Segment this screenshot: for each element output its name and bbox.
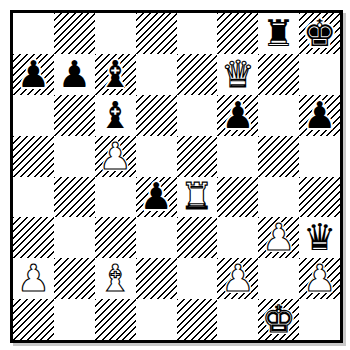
square-h8[interactable]: ♚ <box>299 13 340 54</box>
black-pawn-piece[interactable]: ♟ <box>17 56 50 93</box>
square-g8[interactable]: ♜ <box>258 13 299 54</box>
square-h6[interactable]: ♟ <box>299 95 340 136</box>
square-c7[interactable]: ♝ <box>95 54 136 95</box>
square-d6[interactable] <box>136 95 177 136</box>
square-g1[interactable]: ♚ <box>258 299 299 340</box>
square-e8[interactable] <box>177 13 218 54</box>
square-d4[interactable]: ♟ <box>136 177 177 218</box>
square-b4[interactable] <box>54 177 95 218</box>
square-e6[interactable] <box>177 95 218 136</box>
black-pawn-piece[interactable]: ♟ <box>303 97 336 134</box>
square-f3[interactable] <box>217 217 258 258</box>
white-pawn-piece[interactable]: ♟ <box>221 260 254 297</box>
square-e2[interactable] <box>177 258 218 299</box>
square-b3[interactable] <box>54 217 95 258</box>
square-f6[interactable]: ♟ <box>217 95 258 136</box>
square-a8[interactable] <box>13 13 54 54</box>
square-d2[interactable] <box>136 258 177 299</box>
square-e5[interactable] <box>177 136 218 177</box>
square-c4[interactable] <box>95 177 136 218</box>
square-g2[interactable] <box>258 258 299 299</box>
square-g7[interactable] <box>258 54 299 95</box>
square-d8[interactable] <box>136 13 177 54</box>
square-a6[interactable] <box>13 95 54 136</box>
square-a1[interactable] <box>13 299 54 340</box>
square-a7[interactable]: ♟ <box>13 54 54 95</box>
square-e7[interactable] <box>177 54 218 95</box>
square-f7[interactable]: ♛ <box>217 54 258 95</box>
black-pawn-piece[interactable]: ♟ <box>58 56 91 93</box>
white-pawn-piece[interactable]: ♟ <box>262 219 295 256</box>
white-bishop-piece[interactable]: ♝ <box>99 260 132 297</box>
square-d1[interactable] <box>136 299 177 340</box>
square-a2[interactable]: ♟ <box>13 258 54 299</box>
black-king-piece[interactable]: ♚ <box>303 15 336 52</box>
square-h3[interactable]: ♛ <box>299 217 340 258</box>
square-c3[interactable] <box>95 217 136 258</box>
square-g6[interactable] <box>258 95 299 136</box>
square-g4[interactable] <box>258 177 299 218</box>
white-pawn-piece[interactable]: ♟ <box>99 138 132 175</box>
square-b2[interactable] <box>54 258 95 299</box>
square-h1[interactable] <box>299 299 340 340</box>
square-e1[interactable] <box>177 299 218 340</box>
square-c5[interactable]: ♟ <box>95 136 136 177</box>
square-f5[interactable] <box>217 136 258 177</box>
square-b5[interactable] <box>54 136 95 177</box>
square-d5[interactable] <box>136 136 177 177</box>
square-f8[interactable] <box>217 13 258 54</box>
square-h7[interactable] <box>299 54 340 95</box>
square-f1[interactable] <box>217 299 258 340</box>
black-pawn-piece[interactable]: ♟ <box>139 178 172 215</box>
square-b7[interactable]: ♟ <box>54 54 95 95</box>
square-c1[interactable] <box>95 299 136 340</box>
square-a4[interactable] <box>13 177 54 218</box>
square-d7[interactable] <box>136 54 177 95</box>
white-pawn-piece[interactable]: ♟ <box>303 260 336 297</box>
square-b6[interactable] <box>54 95 95 136</box>
white-king-piece[interactable]: ♚ <box>262 301 295 338</box>
square-b8[interactable] <box>54 13 95 54</box>
black-bishop-piece[interactable]: ♝ <box>99 97 132 134</box>
black-bishop-piece[interactable]: ♝ <box>99 56 132 93</box>
square-h4[interactable] <box>299 177 340 218</box>
square-e3[interactable] <box>177 217 218 258</box>
black-pawn-piece[interactable]: ♟ <box>221 97 254 134</box>
square-d3[interactable] <box>136 217 177 258</box>
square-c8[interactable] <box>95 13 136 54</box>
square-c6[interactable]: ♝ <box>95 95 136 136</box>
square-f2[interactable]: ♟ <box>217 258 258 299</box>
black-queen-piece[interactable]: ♛ <box>303 219 336 256</box>
square-h5[interactable] <box>299 136 340 177</box>
square-c2[interactable]: ♝ <box>95 258 136 299</box>
square-h2[interactable]: ♟ <box>299 258 340 299</box>
square-e4[interactable]: ♜ <box>177 177 218 218</box>
black-rook-piece[interactable]: ♜ <box>262 15 295 52</box>
square-g5[interactable] <box>258 136 299 177</box>
square-b1[interactable] <box>54 299 95 340</box>
diagram-page: ♜♚♟♟♝♛♝♟♟♟♟♜♟♛♟♝♟♟♚ <box>0 0 350 350</box>
white-queen-piece[interactable]: ♛ <box>221 56 254 93</box>
square-g3[interactable]: ♟ <box>258 217 299 258</box>
square-a3[interactable] <box>13 217 54 258</box>
square-a5[interactable] <box>13 136 54 177</box>
square-f4[interactable] <box>217 177 258 218</box>
white-pawn-piece[interactable]: ♟ <box>17 260 50 297</box>
white-rook-piece[interactable]: ♜ <box>180 178 213 215</box>
chess-board: ♜♚♟♟♝♛♝♟♟♟♟♜♟♛♟♝♟♟♚ <box>10 10 343 343</box>
